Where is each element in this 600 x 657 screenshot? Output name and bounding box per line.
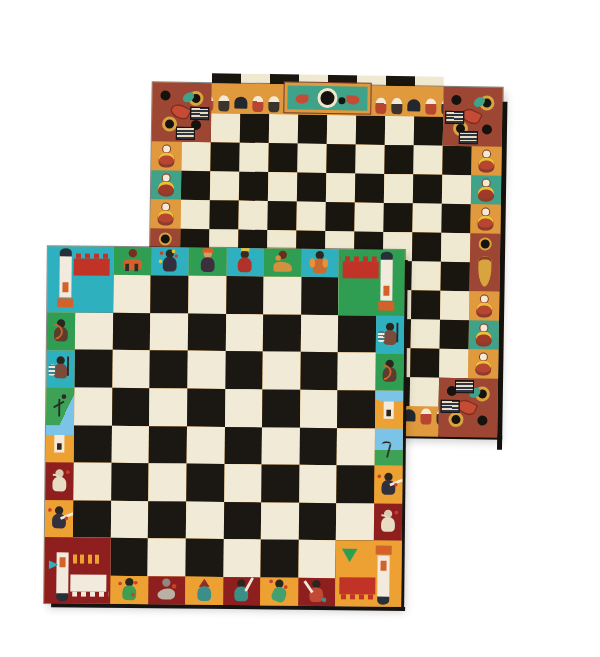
draughts-square-r4c2 xyxy=(209,200,238,229)
square-h7 xyxy=(338,315,376,353)
border-cell-tower xyxy=(375,391,403,429)
castle-keep xyxy=(74,258,110,275)
square-h4 xyxy=(337,428,375,466)
square-h2 xyxy=(336,503,374,541)
turret-dome xyxy=(60,248,72,256)
figure-accent xyxy=(378,331,385,342)
gold-ring-icon xyxy=(448,412,463,427)
border-cell-goblet xyxy=(469,233,500,291)
draughts-square-r2c2 xyxy=(210,142,239,171)
draughts-square-r3c8 xyxy=(384,174,413,203)
border-cell-bare-tree xyxy=(46,387,74,425)
castle-turret xyxy=(56,552,68,594)
matryoshka-mini-icon xyxy=(375,98,386,114)
draughts-square-r2c3 xyxy=(239,143,268,172)
border-cell-doll-orange xyxy=(468,349,498,378)
draughts-square-r1c6 xyxy=(327,115,356,144)
tower-icon xyxy=(50,431,70,455)
square-d3 xyxy=(186,464,224,502)
draughts-square-r3c5 xyxy=(297,173,326,202)
draughts-square-r2c4 xyxy=(268,143,297,172)
figures-band xyxy=(202,95,279,112)
cream-castle-icon xyxy=(44,537,111,604)
border-strip-top xyxy=(114,247,339,277)
square-a3 xyxy=(73,463,111,501)
figure-accent xyxy=(125,264,129,271)
matryoshka-icon xyxy=(475,323,492,346)
square-b2 xyxy=(110,501,148,539)
draughts-square-r1c3 xyxy=(240,114,269,143)
square-a6 xyxy=(74,350,112,388)
square-b8 xyxy=(113,275,151,313)
square-g7 xyxy=(301,314,339,352)
draughts-square-r3c4 xyxy=(268,172,297,201)
draughts-square-r8c10 xyxy=(440,320,469,349)
turret-dome xyxy=(381,252,393,260)
square-g5 xyxy=(300,390,338,428)
border-cell-soldier xyxy=(376,316,404,354)
draughts-square-r4c5 xyxy=(296,202,325,231)
square-d5 xyxy=(187,388,225,426)
border-cell-soldier xyxy=(46,350,74,388)
draughts-square-r1c9 xyxy=(414,116,443,145)
figure-accent xyxy=(48,508,52,512)
draughts-square-r2c10 xyxy=(442,146,471,175)
mouse-icon xyxy=(156,578,176,602)
swirl-icon xyxy=(295,95,308,104)
square-h5 xyxy=(337,390,375,428)
border-cell-fencer xyxy=(374,466,402,504)
castle-turret xyxy=(380,259,392,301)
matryoshka-mini-icon xyxy=(391,98,402,114)
square-e8 xyxy=(226,276,264,314)
matryoshka-mini-icon xyxy=(268,96,279,112)
figure-body xyxy=(122,585,136,600)
juggler-icon xyxy=(160,249,180,273)
soldier-icon xyxy=(50,356,70,380)
gnome-icon xyxy=(194,579,214,603)
draughts-square-r4c3 xyxy=(238,201,267,230)
square-d8 xyxy=(188,276,226,314)
red-castle-icon xyxy=(338,249,405,316)
draughts-square-r4c9 xyxy=(412,203,441,232)
draughts-square-r5c10 xyxy=(441,233,470,262)
draughts-square-r7c10 xyxy=(440,291,469,320)
border-cell-doll-orange xyxy=(151,141,181,170)
figure-accent xyxy=(57,443,62,449)
border-cell-archer xyxy=(375,353,403,391)
border-cell-mouse xyxy=(148,576,186,604)
square-e1 xyxy=(223,539,261,577)
square-a4 xyxy=(74,425,112,463)
square-g2 xyxy=(299,503,337,541)
border-column-right xyxy=(468,146,502,378)
square-d4 xyxy=(186,426,224,464)
border-cell-gnome xyxy=(185,577,223,605)
square-f3 xyxy=(261,465,299,503)
border-cell-queen xyxy=(189,248,227,276)
product-photo xyxy=(0,0,600,657)
draughts-square-r2c6 xyxy=(326,144,355,173)
square-e7 xyxy=(225,314,263,352)
ticket-tag-icon xyxy=(445,111,464,124)
figure-accent xyxy=(244,577,254,592)
draughts-square-r6c9 xyxy=(411,261,440,290)
border-cell-tumbler xyxy=(260,577,298,605)
fencer-icon xyxy=(378,472,398,496)
eye-circle-icon xyxy=(317,88,337,108)
red-castle-icon xyxy=(47,246,114,313)
draughts-square-r10c9 xyxy=(410,377,439,406)
figure-body xyxy=(54,364,68,379)
draughts-square-r4c6 xyxy=(325,202,354,231)
matryoshka-mini-icon xyxy=(234,97,247,109)
castle-balcony xyxy=(57,298,73,307)
figures-band xyxy=(375,98,452,115)
draughts-square-r1c8 xyxy=(385,116,414,145)
draughts-square-r3c2 xyxy=(210,171,239,200)
figure-accent xyxy=(269,580,273,584)
square-a7 xyxy=(75,312,113,350)
border-strip-top xyxy=(211,83,443,117)
figure-body xyxy=(158,588,176,599)
castle-turret xyxy=(377,556,389,598)
draughts-square-r4c10 xyxy=(441,204,470,233)
castle-keep xyxy=(70,574,106,591)
draughts-square-r4c7 xyxy=(354,202,383,231)
matryoshka-mini-icon xyxy=(252,96,263,112)
turret-dome xyxy=(56,593,68,601)
figure-accent xyxy=(202,248,213,253)
figure-body xyxy=(273,262,292,272)
draughts-square-r8c9 xyxy=(411,319,440,348)
matryoshka-icon xyxy=(158,144,175,167)
figure-head xyxy=(62,394,67,399)
figure-body xyxy=(270,585,288,604)
figure-body xyxy=(163,257,177,272)
tumbler-icon xyxy=(269,580,289,604)
archer-icon xyxy=(51,319,71,343)
black-dot-icon xyxy=(477,415,487,425)
draughts-square-r2c7 xyxy=(355,144,384,173)
square-g6 xyxy=(300,352,338,390)
border-cell-tower xyxy=(46,425,74,463)
border-cell-doll-orange xyxy=(471,146,501,175)
square-d6 xyxy=(187,351,225,389)
castle-corner-bl xyxy=(44,537,111,604)
square-d1 xyxy=(185,539,223,577)
square-c6 xyxy=(150,350,188,388)
gold-ring-icon xyxy=(162,116,177,131)
fencer-icon xyxy=(49,506,69,530)
square-e2 xyxy=(223,502,261,540)
border-cell-doll-teal xyxy=(471,175,501,204)
matryoshka-mini-icon xyxy=(420,409,431,425)
tower-icon xyxy=(379,397,399,421)
square-e3 xyxy=(224,464,262,502)
matryoshka-icon xyxy=(157,173,174,196)
square-c7 xyxy=(150,313,188,351)
border-strip-right xyxy=(374,316,404,541)
draughts-square-r5c9 xyxy=(412,232,441,261)
acrobat-icon xyxy=(306,580,326,604)
figure-accent xyxy=(395,511,399,515)
figure-accent xyxy=(275,255,281,261)
black-dot-icon xyxy=(160,90,170,100)
square-d7 xyxy=(188,313,226,351)
square-f5 xyxy=(262,389,300,427)
border-cell-fencer xyxy=(45,500,73,538)
draughts-square-r3c7 xyxy=(355,173,384,202)
border-cell-doll-orange xyxy=(470,204,500,233)
square-g3 xyxy=(299,465,337,503)
square-h3 xyxy=(337,465,375,503)
draughts-square-r6c10 xyxy=(440,262,469,291)
border-cell-knight-rider xyxy=(114,247,152,275)
border-cell-archer-dark xyxy=(374,503,402,541)
knight-rider-icon xyxy=(122,249,142,273)
draughts-square-r2c5 xyxy=(297,144,326,173)
archer-icon xyxy=(379,360,399,384)
square-g1 xyxy=(298,540,336,578)
medallion-icon xyxy=(284,82,370,113)
castle-keep xyxy=(343,261,379,278)
figure-accent xyxy=(118,582,122,586)
corner-ornament-tl xyxy=(152,82,212,142)
red-castle-tree-icon xyxy=(335,540,402,607)
jester-icon xyxy=(119,578,139,602)
border-cell-archer xyxy=(47,312,75,350)
matryoshka-icon xyxy=(477,178,494,201)
figure-head xyxy=(128,249,136,257)
draughts-square-r3c1 xyxy=(181,171,210,200)
castle-turret xyxy=(59,255,71,297)
draughts-square-r2c1 xyxy=(181,142,210,171)
square-c4 xyxy=(149,426,187,464)
castle-balcony xyxy=(376,546,392,555)
square-c2 xyxy=(148,501,186,539)
square-b4 xyxy=(111,425,149,463)
draughts-square-r1c5 xyxy=(298,115,327,144)
matryoshka-icon xyxy=(475,352,492,375)
draughts-square-r1c7 xyxy=(356,115,385,144)
draughts-square-r1c4 xyxy=(269,114,298,143)
draughts-square-r4c8 xyxy=(383,203,412,232)
border-cell-jester xyxy=(110,576,148,604)
figure-accent xyxy=(377,474,381,478)
draughts-square-r4c4 xyxy=(267,201,296,230)
castle-corner-tl xyxy=(47,246,114,313)
club-bearer-icon xyxy=(231,579,251,603)
border-cell-camel-rider xyxy=(264,248,302,276)
black-dot-icon xyxy=(482,124,492,134)
draughts-square-r9c10 xyxy=(439,349,468,378)
draughts-square-r2c8 xyxy=(384,145,413,174)
figure-body xyxy=(383,330,397,345)
matryoshka-mini-icon xyxy=(407,99,420,111)
square-a5 xyxy=(74,387,112,425)
figure-accent xyxy=(172,584,177,589)
queen-icon xyxy=(197,250,217,274)
border-cell-doll-teal xyxy=(469,320,499,349)
moth-knight-icon xyxy=(310,251,330,275)
square-f6 xyxy=(263,352,301,390)
border-strip-bottom xyxy=(110,576,335,606)
border-strip-left xyxy=(45,312,75,537)
square-b6 xyxy=(112,350,150,388)
square-c5 xyxy=(149,388,187,426)
chess-grid xyxy=(72,274,376,578)
chess-board-frame xyxy=(44,246,405,607)
square-h6 xyxy=(338,352,376,390)
draughts-square-r3c10 xyxy=(442,175,471,204)
figure-body xyxy=(238,258,252,273)
matryoshka-icon xyxy=(157,202,174,225)
square-f8 xyxy=(263,276,301,314)
draughts-square-r4c1 xyxy=(180,200,209,229)
border-cell-acrobat xyxy=(298,578,336,606)
draughts-square-r3c6 xyxy=(326,173,355,202)
square-d2 xyxy=(186,501,224,539)
square-g4 xyxy=(299,427,337,465)
turret-dome xyxy=(377,597,389,605)
draughts-square-r7c9 xyxy=(411,290,440,319)
border-cell-doll-orange xyxy=(469,291,499,320)
figure-body xyxy=(313,258,327,273)
square-b1 xyxy=(110,538,148,576)
square-e4 xyxy=(224,427,262,465)
corner-ornament-br xyxy=(438,378,498,438)
matryoshka-icon xyxy=(478,149,495,172)
square-b7 xyxy=(112,312,150,350)
archer-dark-icon xyxy=(378,510,398,534)
figure-accent xyxy=(66,470,70,474)
square-f7 xyxy=(263,314,301,352)
matryoshka-icon xyxy=(476,294,493,317)
bare-tree-icon xyxy=(50,394,70,418)
figure-accent xyxy=(241,248,249,251)
draughts-square-r2c9 xyxy=(413,145,442,174)
figure-accent xyxy=(49,365,56,376)
castle-corner-tr xyxy=(338,249,405,316)
corner-ornament-tr xyxy=(443,87,503,147)
soldier-icon xyxy=(380,322,400,346)
archer-dark-icon xyxy=(49,469,69,493)
bird-icon xyxy=(379,435,399,459)
figure-accent xyxy=(386,409,391,415)
border-cell-juggler xyxy=(151,247,189,275)
border-cell-doll-teal xyxy=(151,170,181,199)
square-e6 xyxy=(225,351,263,389)
square-f2 xyxy=(261,502,299,540)
tree-icon xyxy=(342,548,358,562)
ticket-tag-icon xyxy=(459,131,478,144)
matryoshka-icon xyxy=(477,207,494,230)
figure-accent xyxy=(160,251,164,255)
figure-head xyxy=(162,578,170,586)
border-cell-moth-knight xyxy=(301,249,339,277)
ticket-tag-icon xyxy=(455,380,474,393)
figure-accent xyxy=(67,357,69,376)
ladder-steps xyxy=(73,554,101,563)
draughts-square-r3c9 xyxy=(413,174,442,203)
castle-balcony xyxy=(378,302,394,311)
draughts-square-r1c2 xyxy=(211,113,240,142)
square-e5 xyxy=(225,389,263,427)
camel-rider-icon xyxy=(272,251,292,275)
figure-accent xyxy=(396,323,398,342)
black-dot-icon xyxy=(451,95,461,105)
square-a2 xyxy=(73,500,111,538)
square-c3 xyxy=(148,463,186,501)
figure-accent xyxy=(322,598,327,603)
matryoshka-mini-icon xyxy=(425,99,436,115)
border-cell-doll-orange xyxy=(150,199,180,228)
ticket-tag-icon xyxy=(190,107,209,120)
swirl-icon xyxy=(346,95,359,104)
matryoshka-mini-icon xyxy=(218,95,229,111)
square-b3 xyxy=(111,463,149,501)
figure-body xyxy=(197,586,211,601)
draughts-square-r3c3 xyxy=(239,172,268,201)
square-g8 xyxy=(301,277,339,315)
square-b5 xyxy=(112,388,150,426)
square-f1 xyxy=(261,540,299,578)
ticket-tag-icon xyxy=(441,400,460,413)
border-cell-bird xyxy=(375,428,403,466)
king-icon xyxy=(235,250,255,274)
ticket-tag-icon xyxy=(176,127,195,140)
chess-board xyxy=(44,246,405,607)
goblet-icon xyxy=(476,238,495,286)
square-c8 xyxy=(150,275,188,313)
figure-body xyxy=(200,257,214,272)
draughts-square-r9c9 xyxy=(410,348,439,377)
square-c1 xyxy=(148,539,186,577)
castle-corner-br xyxy=(335,540,402,607)
border-cell-king xyxy=(226,248,264,276)
border-cell-archer-dark xyxy=(45,462,73,500)
castle-keep xyxy=(339,577,375,594)
square-f4 xyxy=(262,427,300,465)
border-cell-club-bearer xyxy=(223,577,261,605)
dot-icon xyxy=(338,97,345,104)
